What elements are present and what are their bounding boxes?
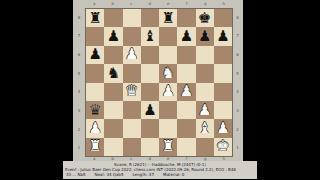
square-a2: ♟ [86, 119, 104, 137]
footer-stat: Next: 34 Qxb5 [95, 172, 124, 177]
square-a5 [86, 64, 104, 82]
square-g4 [196, 83, 214, 101]
coordinate-label-e: e [159, 1, 178, 7]
square-h5 [214, 64, 232, 82]
black-pawn-h7: ♟ [216, 29, 229, 44]
white-rook-a1: ♜ [88, 139, 101, 154]
coordinate-label-2: 2 [236, 127, 239, 132]
white-king-h1: ♚ [216, 139, 229, 154]
footer-stat: Material: 0 [163, 172, 184, 177]
square-b3 [104, 101, 122, 119]
square-e6 [159, 46, 177, 64]
coordinate-label-4: 4 [236, 89, 239, 94]
coordinate-label-5: 5 [236, 71, 239, 76]
rank-labels-right: 87654321 [233, 8, 242, 157]
square-d2 [141, 119, 159, 137]
coordinate-label-1: 1 [78, 145, 81, 150]
coordinate-label-a: a [85, 1, 104, 7]
square-f5 [177, 64, 195, 82]
coordinate-label-6: 6 [236, 52, 239, 57]
square-d5 [141, 64, 159, 82]
white-pawn-a2: ♟ [88, 120, 101, 135]
square-a8: ♜ [86, 9, 104, 27]
square-d7: ♝ [141, 27, 159, 45]
square-c1 [123, 138, 141, 156]
square-h7: ♟ [214, 27, 232, 45]
square-h8 [214, 9, 232, 27]
square-b6 [104, 46, 122, 64]
coordinate-label-3: 3 [236, 108, 239, 113]
square-g6 [196, 46, 214, 64]
square-c7 [123, 27, 141, 45]
white-knight-e5: ♞ [161, 65, 174, 80]
square-b5: ♞ [104, 64, 122, 82]
coordinate-label-g: g [196, 1, 215, 7]
square-c8 [123, 9, 141, 27]
square-e8: ♜ [159, 9, 177, 27]
coordinate-label-b: b [104, 1, 123, 7]
square-e4: ♟ [159, 83, 177, 101]
white-bishop-g2: ♝ [198, 120, 211, 135]
square-g8: ♚ [196, 9, 214, 27]
square-d3: ♟ [141, 101, 159, 119]
white-pawn-c6: ♟ [125, 47, 138, 62]
square-a1: ♜ [86, 138, 104, 156]
coordinate-label-5: 5 [78, 71, 81, 76]
square-b4 [104, 83, 122, 101]
coordinate-label-h: h [215, 1, 234, 7]
square-f4: ♟ [177, 83, 195, 101]
square-f3 [177, 101, 195, 119]
black-rook-a8: ♜ [88, 10, 101, 25]
event-line: Event : Julius Baer Gen Cup 2022, chess.… [63, 167, 257, 172]
square-e3 [159, 101, 177, 119]
stats-line: 33 ... Nb5Next: 34 Qxb5Length: 47Materia… [63, 172, 257, 177]
square-h4 [214, 83, 232, 101]
square-c2 [123, 119, 141, 137]
square-c6: ♟ [123, 46, 141, 64]
black-pawn-g7: ♟ [198, 29, 211, 44]
game-info-panel: Svane, R (2621) -- Haddouche, M (2447) (… [63, 161, 257, 179]
rank-labels-left: 87654321 [74, 8, 84, 157]
black-pawn-d3: ♟ [143, 102, 156, 117]
white-pawn-g3: ♟ [198, 102, 211, 117]
white-queen-c4: ♛ [125, 84, 138, 99]
black-rook-e8: ♜ [161, 10, 174, 25]
coordinate-label-f: f [178, 1, 197, 7]
black-pawn-b7: ♟ [107, 29, 120, 44]
square-f2 [177, 119, 195, 137]
coordinate-label-c: c [122, 1, 141, 7]
coordinate-label-8: 8 [236, 15, 239, 20]
white-pawn-e4: ♟ [161, 84, 174, 99]
footer-stat: 33 ... Nb5 [66, 172, 86, 177]
coordinate-label-1: 1 [236, 145, 239, 150]
square-c5 [123, 64, 141, 82]
coordinate-label-3: 3 [78, 108, 81, 113]
square-g5 [196, 64, 214, 82]
footer-stat: Length: 47 [132, 172, 154, 177]
coordinate-label-2: 2 [78, 127, 81, 132]
coordinate-label-4: 4 [78, 89, 81, 94]
black-knight-b5: ♞ [107, 65, 120, 80]
white-pawn-f4: ♟ [180, 84, 193, 99]
chess-board-frame: abcdefgh abcdefgh 87654321 87654321 ♜♜♚♟… [73, 0, 243, 163]
white-pawn-h2: ♟ [216, 120, 229, 135]
square-g3: ♟ [196, 101, 214, 119]
square-g1 [196, 138, 214, 156]
square-e1: ♜ [159, 138, 177, 156]
square-a3: ♛ [86, 101, 104, 119]
coordinate-label-d: d [141, 1, 160, 7]
coordinate-label-7: 7 [236, 33, 239, 38]
square-h1: ♚ [214, 138, 232, 156]
coordinate-label-6: 6 [78, 52, 81, 57]
square-f7: ♟ [177, 27, 195, 45]
square-h3 [214, 101, 232, 119]
square-e2 [159, 119, 177, 137]
square-b1 [104, 138, 122, 156]
square-b8 [104, 9, 122, 27]
square-c3 [123, 101, 141, 119]
black-king-g8: ♚ [198, 10, 211, 25]
square-g2: ♝ [196, 119, 214, 137]
white-rook-e1: ♜ [161, 139, 174, 154]
square-c4: ♛ [123, 83, 141, 101]
square-d6 [141, 46, 159, 64]
square-g7: ♟ [196, 27, 214, 45]
chess-board: ♜♜♚♟♝♟♟♟♟♟♞♞♛♟♟♛♟♟♟♝♟♜♜♚ [85, 8, 233, 157]
coordinate-label-7: 7 [78, 33, 81, 38]
black-pawn-f7: ♟ [180, 29, 193, 44]
square-d4 [141, 83, 159, 101]
square-d8 [141, 9, 159, 27]
square-e7 [159, 27, 177, 45]
square-d1 [141, 138, 159, 156]
square-a7 [86, 27, 104, 45]
black-queen-a3: ♛ [88, 102, 101, 117]
square-b7: ♟ [104, 27, 122, 45]
black-pawn-a6: ♟ [88, 47, 101, 62]
square-f8 [177, 9, 195, 27]
square-f6 [177, 46, 195, 64]
square-a6: ♟ [86, 46, 104, 64]
black-bishop-d7: ♝ [143, 29, 156, 44]
square-f1 [177, 138, 195, 156]
square-a4 [86, 83, 104, 101]
coordinate-label-8: 8 [78, 15, 81, 20]
square-b2 [104, 119, 122, 137]
file-labels-top: abcdefgh [85, 1, 233, 7]
square-h6 [214, 46, 232, 64]
square-h2: ♟ [214, 119, 232, 137]
square-e5: ♞ [159, 64, 177, 82]
